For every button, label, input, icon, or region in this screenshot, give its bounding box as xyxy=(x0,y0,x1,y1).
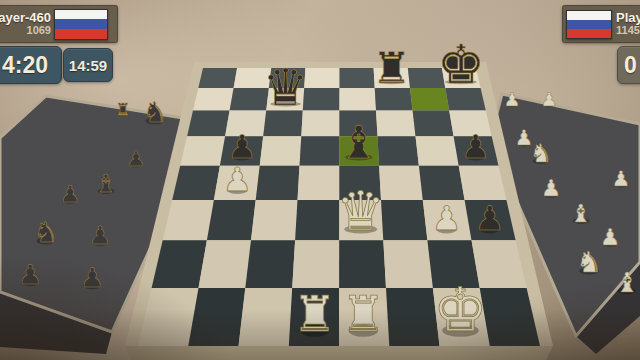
flag-stripe-blue xyxy=(567,20,611,29)
clock-left-secondary: 14:59 xyxy=(63,48,113,82)
square-d3[interactable] xyxy=(295,200,339,240)
captured-black-knight: ♞ xyxy=(33,216,58,249)
player-name-right: Player xyxy=(616,11,640,25)
square-a7[interactable] xyxy=(193,88,234,111)
flag-stripe-white xyxy=(55,10,107,20)
russia-flag-icon xyxy=(54,9,108,40)
captured-white-pawn: ♟ xyxy=(503,88,520,110)
square-a6[interactable] xyxy=(187,111,230,137)
piece-black-queen-c7[interactable]: ♛ xyxy=(263,58,309,117)
square-c2[interactable] xyxy=(245,240,295,288)
captured-white-bishop: ♝ xyxy=(570,199,592,228)
clock-left-main: 4:20 xyxy=(0,46,62,84)
captured-white-knight: ♞ xyxy=(530,139,552,168)
flag-stripe-red xyxy=(55,29,107,39)
square-g5[interactable] xyxy=(416,136,459,166)
square-c4[interactable] xyxy=(256,166,300,200)
piece-black-pawn-h5[interactable]: ♟ xyxy=(461,128,490,166)
square-c5[interactable] xyxy=(260,136,302,166)
russia-flag-icon xyxy=(566,10,612,39)
piece-white-pawn-b4[interactable]: ♟ xyxy=(223,160,253,199)
piece-black-bishop-e5[interactable]: ♝ xyxy=(339,116,379,169)
piece-black-king-h8[interactable]: ♚ xyxy=(437,33,485,96)
captured-black-bishop: ♝ xyxy=(95,169,117,198)
piece-white-rook-e1[interactable]: ♜ xyxy=(341,285,385,343)
captured-white-pawn: ♟ xyxy=(600,224,621,250)
captured-white-pawn: ♟ xyxy=(541,175,562,201)
square-f3[interactable] xyxy=(381,200,427,240)
captured-black-pawn: ♟ xyxy=(80,262,104,293)
captured-black-knight: ♞ xyxy=(142,96,167,129)
square-f5[interactable] xyxy=(378,136,419,166)
square-g4[interactable] xyxy=(419,166,465,200)
piece-white-queen-e3[interactable]: ♛ xyxy=(336,180,385,243)
square-b2[interactable] xyxy=(199,240,252,288)
player-panel-left: Player-460 1069 xyxy=(0,5,118,43)
captured-white-pawn: ♟ xyxy=(612,167,631,191)
captured-white-bishop: ♝ xyxy=(615,267,639,298)
square-e7[interactable] xyxy=(339,88,376,111)
captured-black-pawn: ♟ xyxy=(89,221,111,250)
square-f1[interactable] xyxy=(386,288,440,346)
piece-black-rook-f8[interactable]: ♜ xyxy=(372,43,411,93)
chess-app-screen: ♜♞♟♝♟♞♟♟♟♟♟♟♞♟♟♝♟♞♝♜♚♛♟♝♟♟♛♟♟♜♜♚ Player-… xyxy=(0,0,640,360)
square-g6[interactable] xyxy=(413,111,454,137)
captured-white-knight: ♞ xyxy=(576,245,602,279)
square-c3[interactable] xyxy=(251,200,298,240)
clock-right-main: 0 xyxy=(617,46,640,84)
piece-white-pawn-g3[interactable]: ♟ xyxy=(431,199,461,238)
piece-white-rook-d1[interactable]: ♜ xyxy=(293,285,337,343)
square-a5[interactable] xyxy=(180,136,225,166)
piece-black-pawn-h3[interactable]: ♟ xyxy=(474,199,504,238)
square-f6[interactable] xyxy=(376,111,416,137)
square-a8[interactable] xyxy=(198,68,237,88)
square-h4[interactable] xyxy=(459,166,507,200)
player-name-left: Player-460 xyxy=(0,11,51,25)
square-f4[interactable] xyxy=(379,166,423,200)
captured-black-pawn: ♟ xyxy=(60,181,81,207)
captured-white-pawn: ♟ xyxy=(540,88,557,110)
square-d8[interactable] xyxy=(304,68,339,88)
piece-white-king-g1[interactable]: ♚ xyxy=(433,274,488,345)
square-b3[interactable] xyxy=(207,200,256,240)
square-e2[interactable] xyxy=(339,240,386,288)
square-d2[interactable] xyxy=(292,240,339,288)
captured-black-rook: ♜ xyxy=(116,100,130,119)
flag-stripe-red xyxy=(567,29,611,38)
flag-stripe-white xyxy=(567,11,611,20)
square-a4[interactable] xyxy=(172,166,220,200)
square-d4[interactable] xyxy=(298,166,340,200)
square-e8[interactable] xyxy=(340,68,375,88)
flag-stripe-blue xyxy=(55,19,107,29)
player-rating-left: 1069 xyxy=(27,25,51,37)
player-panel-right: Player 1145 xyxy=(562,5,640,43)
square-f2[interactable] xyxy=(383,240,433,288)
captured-black-pawn: ♟ xyxy=(127,147,146,171)
square-d5[interactable] xyxy=(300,136,340,166)
captured-black-pawn: ♟ xyxy=(18,259,42,290)
square-c1[interactable] xyxy=(239,288,293,346)
player-rating-right: 1145 xyxy=(616,25,640,37)
